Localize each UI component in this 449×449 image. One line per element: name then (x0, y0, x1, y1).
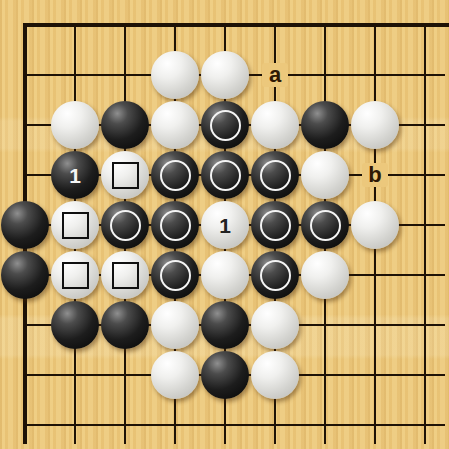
go-diagram: 11ab (0, 0, 449, 449)
board-edge-top (23, 23, 449, 27)
black-stone[interactable] (1, 251, 49, 299)
circle-marker (210, 110, 241, 141)
white-stone[interactable] (151, 301, 199, 349)
white-stone[interactable] (251, 101, 299, 149)
circle-marker (210, 160, 241, 191)
point-label-a[interactable]: a (262, 63, 288, 87)
black-stone[interactable] (1, 201, 49, 249)
grid-line-vertical (424, 24, 426, 444)
black-stone[interactable] (251, 201, 299, 249)
black-stone[interactable] (301, 201, 349, 249)
black-stone[interactable] (151, 201, 199, 249)
circle-marker (260, 160, 291, 191)
white-stone[interactable] (101, 151, 149, 199)
black-stone[interactable] (151, 151, 199, 199)
black-stone[interactable] (151, 251, 199, 299)
stone-label: 1 (69, 165, 81, 186)
white-stone[interactable] (151, 101, 199, 149)
square-marker (62, 212, 89, 239)
white-stone[interactable] (51, 251, 99, 299)
white-stone[interactable] (251, 351, 299, 399)
circle-marker (260, 210, 291, 241)
white-stone[interactable] (151, 351, 199, 399)
black-stone[interactable] (101, 101, 149, 149)
black-stone[interactable] (251, 251, 299, 299)
white-stone[interactable] (201, 51, 249, 99)
circle-marker (110, 210, 141, 241)
black-stone[interactable] (201, 351, 249, 399)
black-stone[interactable] (101, 301, 149, 349)
black-stone[interactable] (201, 151, 249, 199)
white-stone[interactable] (151, 51, 199, 99)
black-stone[interactable]: 1 (51, 151, 99, 199)
black-stone[interactable] (251, 151, 299, 199)
black-stone[interactable] (201, 301, 249, 349)
circle-marker (160, 160, 191, 191)
white-stone[interactable] (301, 251, 349, 299)
white-stone[interactable] (301, 151, 349, 199)
square-marker (62, 262, 89, 289)
white-stone[interactable] (251, 301, 299, 349)
black-stone[interactable] (101, 201, 149, 249)
white-stone[interactable] (201, 251, 249, 299)
white-stone[interactable] (351, 101, 399, 149)
black-stone[interactable] (201, 101, 249, 149)
square-marker (112, 262, 139, 289)
white-stone[interactable] (351, 201, 399, 249)
circle-marker (160, 260, 191, 291)
circle-marker (310, 210, 341, 241)
white-stone[interactable] (101, 251, 149, 299)
grid-line-horizontal (24, 424, 445, 426)
white-stone[interactable] (51, 101, 99, 149)
white-stone[interactable]: 1 (201, 201, 249, 249)
black-stone[interactable] (51, 301, 99, 349)
circle-marker (260, 260, 291, 291)
square-marker (112, 162, 139, 189)
black-stone[interactable] (301, 101, 349, 149)
stone-label: 1 (219, 215, 231, 236)
point-label-b[interactable]: b (362, 163, 388, 187)
white-stone[interactable] (51, 201, 99, 249)
circle-marker (160, 210, 191, 241)
